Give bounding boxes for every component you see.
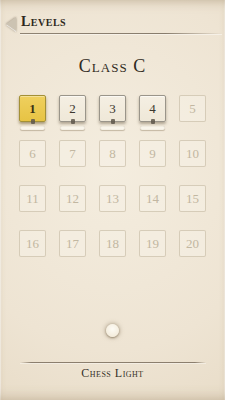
level-tile-face: 20 xyxy=(179,230,206,257)
pawn-marker-icon xyxy=(31,119,35,124)
level-tile-face: 7 xyxy=(59,140,86,167)
level-number: 4 xyxy=(149,102,156,115)
level-tile-face: 12 xyxy=(59,185,86,212)
level-tile-16: 16 xyxy=(19,230,46,257)
level-progress-bar xyxy=(100,126,125,130)
level-number: 6 xyxy=(29,147,36,160)
level-tile-face[interactable]: 4 xyxy=(139,95,166,122)
level-number: 7 xyxy=(69,147,76,160)
level-tile-face: 10 xyxy=(179,140,206,167)
level-tile-face: 15 xyxy=(179,185,206,212)
level-progress-bar xyxy=(20,126,45,130)
level-tile-17: 17 xyxy=(59,230,86,257)
footer-divider xyxy=(20,362,206,363)
page-title: Levels xyxy=(21,14,66,30)
level-tile-5: 5 xyxy=(179,95,206,122)
level-progress-bar xyxy=(140,126,165,130)
level-tile-19: 19 xyxy=(139,230,166,257)
level-tile-face[interactable]: 2 xyxy=(59,95,86,122)
level-tile-2[interactable]: 2 xyxy=(59,95,86,122)
level-number: 18 xyxy=(106,237,119,250)
page-indicator-dot[interactable] xyxy=(106,324,119,337)
level-tile-13: 13 xyxy=(99,185,126,212)
level-tile-14: 14 xyxy=(139,185,166,212)
level-tile-7: 7 xyxy=(59,140,86,167)
level-progress-bar xyxy=(60,126,85,130)
chevron-left-icon xyxy=(6,17,16,31)
level-number: 10 xyxy=(186,147,199,160)
level-number: 14 xyxy=(146,192,159,205)
level-number: 9 xyxy=(149,147,156,160)
level-tile-face: 11 xyxy=(19,185,46,212)
level-tile-face: 13 xyxy=(99,185,126,212)
pawn-marker-icon xyxy=(151,119,155,124)
level-number: 8 xyxy=(109,147,116,160)
level-tile-20: 20 xyxy=(179,230,206,257)
level-tile-3[interactable]: 3 xyxy=(99,95,126,122)
level-number: 19 xyxy=(146,237,159,250)
level-tile-face: 8 xyxy=(99,140,126,167)
level-tile-10: 10 xyxy=(179,140,206,167)
level-tile-18: 18 xyxy=(99,230,126,257)
level-number: 13 xyxy=(106,192,119,205)
level-number: 12 xyxy=(66,192,79,205)
level-tile-face: 5 xyxy=(179,95,206,122)
level-tile-face: 6 xyxy=(19,140,46,167)
level-tile-face: 9 xyxy=(139,140,166,167)
level-tile-face: 14 xyxy=(139,185,166,212)
level-number: 16 xyxy=(26,237,39,250)
app-name: Chess Light xyxy=(0,366,225,381)
back-button[interactable] xyxy=(3,15,19,33)
level-tile-face[interactable]: 3 xyxy=(99,95,126,122)
level-tile-11: 11 xyxy=(19,185,46,212)
level-tile-face: 19 xyxy=(139,230,166,257)
level-number: 15 xyxy=(186,192,199,205)
level-tile-9: 9 xyxy=(139,140,166,167)
level-tile-4[interactable]: 4 xyxy=(139,95,166,122)
level-tile-1[interactable]: 1 xyxy=(19,95,46,122)
class-title: Class C xyxy=(0,56,225,77)
level-tile-12: 12 xyxy=(59,185,86,212)
level-tile-6: 6 xyxy=(19,140,46,167)
level-tile-face[interactable]: 1 xyxy=(19,95,46,122)
level-number: 17 xyxy=(66,237,79,250)
level-number: 5 xyxy=(189,102,196,115)
level-tile-face: 16 xyxy=(19,230,46,257)
level-tile-face: 18 xyxy=(99,230,126,257)
header-divider xyxy=(20,33,222,34)
level-number: 20 xyxy=(186,237,199,250)
pawn-marker-icon xyxy=(71,119,75,124)
level-number: 3 xyxy=(109,102,116,115)
level-tile-face: 17 xyxy=(59,230,86,257)
level-select-screen: Levels Class C 1234567891011121314151617… xyxy=(0,0,225,400)
levels-grid: 1234567891011121314151617181920 xyxy=(19,95,206,257)
level-number: 2 xyxy=(69,102,76,115)
level-tile-15: 15 xyxy=(179,185,206,212)
level-tile-8: 8 xyxy=(99,140,126,167)
level-number: 1 xyxy=(29,102,36,115)
pawn-marker-icon xyxy=(111,119,115,124)
level-number: 11 xyxy=(26,192,39,205)
